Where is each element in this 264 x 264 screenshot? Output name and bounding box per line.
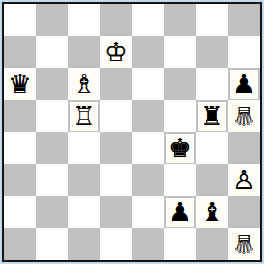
square-g4[interactable] <box>196 132 228 164</box>
black-queen-a6[interactable]: ♛ <box>6 70 34 99</box>
square-a7[interactable] <box>4 36 36 68</box>
black-bishop-g2[interactable]: ♝ <box>198 198 226 227</box>
square-h4[interactable] <box>228 132 260 164</box>
white-rook-c5[interactable]: ♖ <box>70 102 98 131</box>
square-g3[interactable] <box>196 164 228 196</box>
white-king-d7[interactable]: ♔ <box>102 38 130 67</box>
square-b1[interactable] <box>36 228 68 260</box>
square-c5[interactable]: ♖ <box>68 100 100 132</box>
square-b4[interactable] <box>36 132 68 164</box>
chess-board: ♔♛♗♟♖♜♕♚♙♟♝♕ <box>4 4 260 260</box>
white-grasshopper-h5[interactable]: ♕ <box>230 102 258 131</box>
white-bishop-c6[interactable]: ♗ <box>70 70 98 99</box>
square-e6[interactable] <box>132 68 164 100</box>
square-e5[interactable] <box>132 100 164 132</box>
square-d1[interactable] <box>100 228 132 260</box>
square-d5[interactable] <box>100 100 132 132</box>
square-e1[interactable] <box>132 228 164 260</box>
square-f7[interactable] <box>164 36 196 68</box>
square-f8[interactable] <box>164 4 196 36</box>
square-c4[interactable] <box>68 132 100 164</box>
square-h8[interactable] <box>228 4 260 36</box>
square-c2[interactable] <box>68 196 100 228</box>
board-frame: ♔♛♗♟♖♜♕♚♙♟♝♕ <box>2 2 262 262</box>
black-king-f4[interactable]: ♚ <box>166 134 194 163</box>
square-c3[interactable] <box>68 164 100 196</box>
square-h1[interactable]: ♕ <box>228 228 260 260</box>
square-a4[interactable] <box>4 132 36 164</box>
square-g2[interactable]: ♝ <box>196 196 228 228</box>
square-d4[interactable] <box>100 132 132 164</box>
square-c1[interactable] <box>68 228 100 260</box>
square-a8[interactable] <box>4 4 36 36</box>
black-pawn-h6[interactable]: ♟ <box>230 70 258 99</box>
square-h2[interactable] <box>228 196 260 228</box>
square-g8[interactable] <box>196 4 228 36</box>
square-e3[interactable] <box>132 164 164 196</box>
square-e7[interactable] <box>132 36 164 68</box>
square-e4[interactable] <box>132 132 164 164</box>
square-h6[interactable]: ♟ <box>228 68 260 100</box>
square-a2[interactable] <box>4 196 36 228</box>
square-g7[interactable] <box>196 36 228 68</box>
square-d2[interactable] <box>100 196 132 228</box>
square-g6[interactable] <box>196 68 228 100</box>
square-a6[interactable]: ♛ <box>4 68 36 100</box>
white-grasshopper-h1[interactable]: ♕ <box>230 230 258 259</box>
square-f2[interactable]: ♟ <box>164 196 196 228</box>
square-c8[interactable] <box>68 4 100 36</box>
black-rook-g5[interactable]: ♜ <box>198 102 226 131</box>
square-b7[interactable] <box>36 36 68 68</box>
square-d8[interactable] <box>100 4 132 36</box>
white-pawn-h3[interactable]: ♙ <box>230 166 258 195</box>
square-d7[interactable]: ♔ <box>100 36 132 68</box>
square-b3[interactable] <box>36 164 68 196</box>
square-d6[interactable] <box>100 68 132 100</box>
square-b6[interactable] <box>36 68 68 100</box>
square-f1[interactable] <box>164 228 196 260</box>
square-b8[interactable] <box>36 4 68 36</box>
square-c7[interactable] <box>68 36 100 68</box>
square-g1[interactable] <box>196 228 228 260</box>
square-e2[interactable] <box>132 196 164 228</box>
square-d3[interactable] <box>100 164 132 196</box>
square-f5[interactable] <box>164 100 196 132</box>
square-b2[interactable] <box>36 196 68 228</box>
square-a3[interactable] <box>4 164 36 196</box>
square-a1[interactable] <box>4 228 36 260</box>
square-b5[interactable] <box>36 100 68 132</box>
square-f6[interactable] <box>164 68 196 100</box>
square-f3[interactable] <box>164 164 196 196</box>
square-a5[interactable] <box>4 100 36 132</box>
square-e8[interactable] <box>132 4 164 36</box>
square-h3[interactable]: ♙ <box>228 164 260 196</box>
square-c6[interactable]: ♗ <box>68 68 100 100</box>
black-pawn-f2[interactable]: ♟ <box>166 198 194 227</box>
page-background: ♔♛♗♟♖♜♕♚♙♟♝♕ <box>0 0 264 264</box>
square-g5[interactable]: ♜ <box>196 100 228 132</box>
square-f4[interactable]: ♚ <box>164 132 196 164</box>
square-h7[interactable] <box>228 36 260 68</box>
square-h5[interactable]: ♕ <box>228 100 260 132</box>
